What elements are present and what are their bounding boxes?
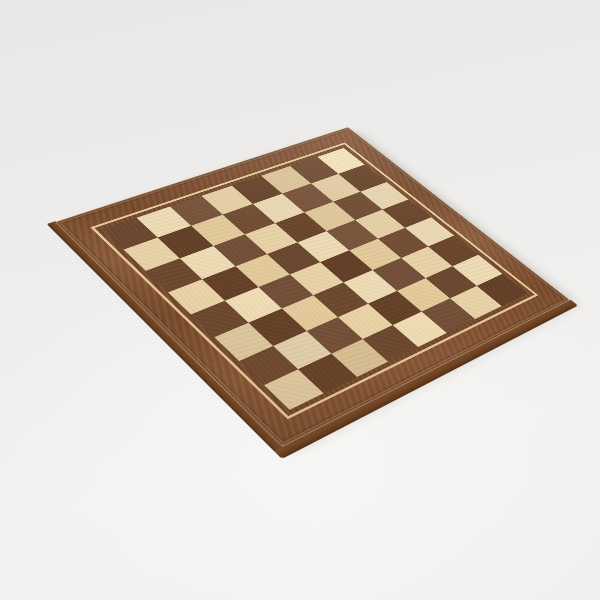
board-squares [103,148,528,410]
scene [0,0,600,600]
board-frame [55,127,570,447]
chessboard [55,127,570,447]
